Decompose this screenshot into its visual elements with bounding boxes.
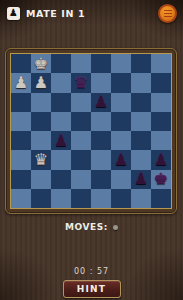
square-c6[interactable] [51, 93, 71, 112]
square-e4[interactable] [91, 131, 111, 150]
square-a5[interactable] [11, 112, 31, 131]
square-h1[interactable] [151, 189, 171, 208]
hint-button[interactable]: HINT [63, 280, 121, 298]
white-pawn[interactable]: ♟ [34, 74, 48, 90]
square-f4[interactable] [111, 131, 131, 150]
square-c8[interactable] [51, 54, 71, 73]
square-c1[interactable] [51, 189, 71, 208]
square-e8[interactable] [91, 54, 111, 73]
pawn-glyph: ♟ [9, 8, 18, 18]
square-e7[interactable] [91, 73, 111, 92]
square-a8[interactable] [11, 54, 31, 73]
square-g3[interactable] [131, 150, 151, 169]
square-h7[interactable] [151, 73, 171, 92]
square-d4[interactable] [71, 131, 91, 150]
black-pawn[interactable]: ♟ [154, 151, 168, 167]
square-c7[interactable] [51, 73, 71, 92]
square-c2[interactable] [51, 170, 71, 189]
square-d1[interactable] [71, 189, 91, 208]
square-f3[interactable]: ♟ [111, 150, 131, 169]
hamburger-menu-button[interactable] [158, 4, 177, 23]
timer: 00 : 57 [0, 267, 183, 276]
square-a6[interactable] [11, 93, 31, 112]
top-bar: ♟ MATE IN 1 [7, 5, 155, 21]
square-g4[interactable] [131, 131, 151, 150]
white-queen[interactable]: ♛ [34, 151, 48, 167]
square-a1[interactable] [11, 189, 31, 208]
square-f2[interactable] [111, 170, 131, 189]
square-b7[interactable]: ♟ [31, 73, 51, 92]
square-b5[interactable] [31, 112, 51, 131]
square-b3[interactable]: ♛ [31, 150, 51, 169]
square-g1[interactable] [131, 189, 151, 208]
pawn-badge-icon: ♟ [7, 7, 20, 20]
square-d2[interactable] [71, 170, 91, 189]
square-e3[interactable] [91, 150, 111, 169]
black-pawn[interactable]: ♟ [114, 151, 128, 167]
square-g7[interactable] [131, 73, 151, 92]
puzzle-title: MATE IN 1 [26, 8, 85, 19]
square-g6[interactable] [131, 93, 151, 112]
square-a3[interactable] [11, 150, 31, 169]
hamburger-line [164, 10, 172, 12]
square-c3[interactable] [51, 150, 71, 169]
square-e2[interactable] [91, 170, 111, 189]
white-king[interactable]: ♚ [34, 55, 48, 71]
moves-label: MOVES: [65, 222, 108, 232]
white-pawn[interactable]: ♟ [14, 74, 28, 90]
square-b8[interactable]: ♚ [31, 54, 51, 73]
square-c5[interactable] [51, 112, 71, 131]
black-king[interactable]: ♚ [154, 171, 168, 187]
black-pawn[interactable]: ♟ [94, 94, 108, 110]
square-h6[interactable] [151, 93, 171, 112]
square-f5[interactable] [111, 112, 131, 131]
square-g8[interactable] [131, 54, 151, 73]
square-e1[interactable] [91, 189, 111, 208]
square-a4[interactable] [11, 131, 31, 150]
board-grid: ♚♟♟♛♟♟♛♟♟♟♚ [11, 54, 171, 208]
square-h4[interactable] [151, 131, 171, 150]
square-a7[interactable]: ♟ [11, 73, 31, 92]
square-f7[interactable] [111, 73, 131, 92]
square-a2[interactable] [11, 170, 31, 189]
square-e6[interactable]: ♟ [91, 93, 111, 112]
chess-board-frame: ♚♟♟♛♟♟♛♟♟♟♚ [5, 48, 177, 214]
square-b4[interactable] [31, 131, 51, 150]
square-d7[interactable]: ♛ [71, 73, 91, 92]
square-b2[interactable] [31, 170, 51, 189]
square-h5[interactable] [151, 112, 171, 131]
square-f1[interactable] [111, 189, 131, 208]
square-b6[interactable] [31, 93, 51, 112]
square-d5[interactable] [71, 112, 91, 131]
move-indicator-dot [113, 225, 118, 230]
hamburger-line [164, 13, 172, 15]
square-g5[interactable] [131, 112, 151, 131]
black-pawn[interactable]: ♟ [134, 171, 148, 187]
square-b1[interactable] [31, 189, 51, 208]
moves-row: MOVES: [0, 222, 183, 232]
square-h8[interactable] [151, 54, 171, 73]
square-d3[interactable] [71, 150, 91, 169]
square-g2[interactable]: ♟ [131, 170, 151, 189]
black-pawn[interactable]: ♟ [54, 132, 68, 148]
square-f8[interactable] [111, 54, 131, 73]
hamburger-line [164, 16, 172, 18]
black-queen[interactable]: ♛ [74, 74, 88, 90]
square-d8[interactable] [71, 54, 91, 73]
square-e5[interactable] [91, 112, 111, 131]
square-c4[interactable]: ♟ [51, 131, 71, 150]
square-f6[interactable] [111, 93, 131, 112]
square-h2[interactable]: ♚ [151, 170, 171, 189]
square-d6[interactable] [71, 93, 91, 112]
square-h3[interactable]: ♟ [151, 150, 171, 169]
